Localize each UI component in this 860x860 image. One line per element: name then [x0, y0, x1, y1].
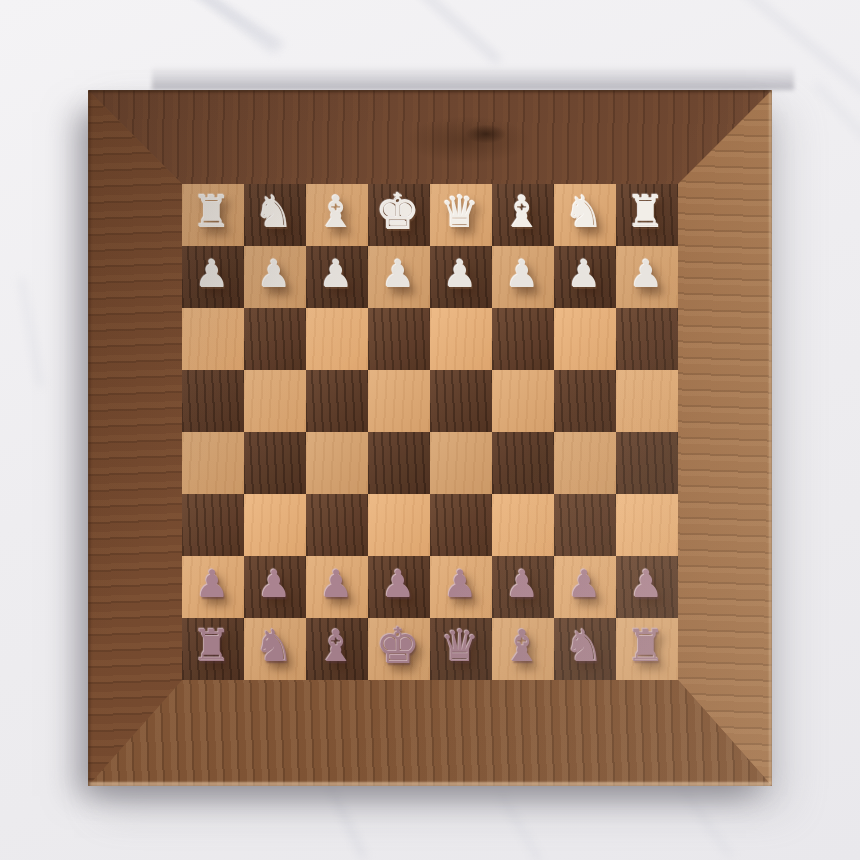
square-g4[interactable]	[244, 370, 306, 432]
square-f1[interactable]: ♝	[306, 184, 368, 246]
square-h4[interactable]	[182, 370, 244, 432]
piece-black-knight[interactable]: ♞	[254, 624, 293, 668]
piece-white-pawn[interactable]: ♟	[381, 255, 415, 293]
marble-vein	[385, 0, 500, 63]
piece-white-pawn[interactable]: ♟	[567, 255, 601, 293]
board-top-edge-shadow	[152, 66, 794, 90]
square-a1[interactable]: ♜	[616, 184, 678, 246]
square-a5[interactable]	[616, 432, 678, 494]
piece-black-king[interactable]: ♚	[376, 621, 421, 671]
piece-white-rook[interactable]: ♜	[626, 190, 665, 234]
square-d3[interactable]	[430, 308, 492, 370]
marble-vein	[163, 0, 276, 54]
square-h3[interactable]	[182, 308, 244, 370]
square-f8[interactable]: ♝	[306, 618, 368, 680]
piece-white-rook[interactable]: ♜	[192, 190, 231, 234]
marble-vein	[87, 0, 284, 49]
square-d6[interactable]	[430, 494, 492, 556]
piece-black-knight[interactable]: ♞	[564, 624, 603, 668]
square-d5[interactable]	[430, 432, 492, 494]
piece-black-pawn[interactable]: ♟	[195, 565, 229, 603]
square-c6[interactable]	[492, 494, 554, 556]
square-a8[interactable]: ♜	[616, 618, 678, 680]
square-a7[interactable]: ♟	[616, 556, 678, 618]
piece-black-pawn[interactable]: ♟	[567, 565, 601, 603]
piece-white-knight[interactable]: ♞	[254, 190, 293, 234]
piece-white-pawn[interactable]: ♟	[505, 255, 539, 293]
piece-black-pawn[interactable]: ♟	[319, 565, 353, 603]
piece-black-rook[interactable]: ♜	[192, 624, 231, 668]
square-c8[interactable]: ♝	[492, 618, 554, 680]
square-g2[interactable]: ♟	[244, 246, 306, 308]
square-f3[interactable]	[306, 308, 368, 370]
square-b1[interactable]: ♞	[554, 184, 616, 246]
square-b2[interactable]: ♟	[554, 246, 616, 308]
piece-white-bishop[interactable]: ♝	[502, 190, 541, 234]
chess-board: ♜♞♝♚♛♝♞♜♟♟♟♟♟♟♟♟♟♟♟♟♟♟♟♟♜♞♝♚♛♝♞♜	[88, 90, 772, 786]
square-c2[interactable]: ♟	[492, 246, 554, 308]
square-g6[interactable]	[244, 494, 306, 556]
piece-white-bishop[interactable]: ♝	[316, 190, 355, 234]
square-f5[interactable]	[306, 432, 368, 494]
piece-black-bishop[interactable]: ♝	[502, 624, 541, 668]
square-d8[interactable]: ♛	[430, 618, 492, 680]
square-b7[interactable]: ♟	[554, 556, 616, 618]
square-h6[interactable]	[182, 494, 244, 556]
square-b4[interactable]	[554, 370, 616, 432]
piece-black-pawn[interactable]: ♟	[443, 565, 477, 603]
square-c5[interactable]	[492, 432, 554, 494]
marble-vein	[498, 791, 541, 860]
square-f4[interactable]	[306, 370, 368, 432]
marble-vein	[324, 776, 367, 860]
piece-black-bishop[interactable]: ♝	[316, 624, 355, 668]
piece-white-pawn[interactable]: ♟	[257, 255, 291, 293]
piece-white-knight[interactable]: ♞	[564, 190, 603, 234]
square-a2[interactable]: ♟	[616, 246, 678, 308]
board-grid: ♜♞♝♚♛♝♞♜♟♟♟♟♟♟♟♟♟♟♟♟♟♟♟♟♜♞♝♚♛♝♞♜	[182, 184, 678, 680]
square-c7[interactable]: ♟	[492, 556, 554, 618]
square-f7[interactable]: ♟	[306, 556, 368, 618]
square-b8[interactable]: ♞	[554, 618, 616, 680]
square-c4[interactable]	[492, 370, 554, 432]
piece-white-pawn[interactable]: ♟	[195, 255, 229, 293]
piece-black-pawn[interactable]: ♟	[505, 565, 539, 603]
square-c3[interactable]	[492, 308, 554, 370]
piece-white-queen[interactable]: ♛	[440, 190, 479, 234]
square-g3[interactable]	[244, 308, 306, 370]
square-f2[interactable]: ♟	[306, 246, 368, 308]
piece-white-pawn[interactable]: ♟	[443, 255, 477, 293]
square-b3[interactable]	[554, 308, 616, 370]
square-a4[interactable]	[616, 370, 678, 432]
square-g5[interactable]	[244, 432, 306, 494]
piece-white-pawn[interactable]: ♟	[629, 255, 663, 293]
piece-black-pawn[interactable]: ♟	[257, 565, 291, 603]
square-b6[interactable]	[554, 494, 616, 556]
square-e4[interactable]	[368, 370, 430, 432]
marble-vein	[678, 782, 733, 858]
square-d2[interactable]: ♟	[430, 246, 492, 308]
square-h7[interactable]: ♟	[182, 556, 244, 618]
square-h1[interactable]: ♜	[182, 184, 244, 246]
square-e3[interactable]	[368, 308, 430, 370]
square-d4[interactable]	[430, 370, 492, 432]
square-a6[interactable]	[616, 494, 678, 556]
marble-vein	[19, 278, 43, 387]
piece-black-rook[interactable]: ♜	[626, 624, 665, 668]
square-g7[interactable]: ♟	[244, 556, 306, 618]
piece-white-king[interactable]: ♚	[376, 187, 421, 237]
square-e7[interactable]: ♟	[368, 556, 430, 618]
square-b5[interactable]	[554, 432, 616, 494]
square-h8[interactable]: ♜	[182, 618, 244, 680]
square-e2[interactable]: ♟	[368, 246, 430, 308]
piece-black-pawn[interactable]: ♟	[629, 565, 663, 603]
piece-white-pawn[interactable]: ♟	[319, 255, 353, 293]
square-d7[interactable]: ♟	[430, 556, 492, 618]
piece-black-pawn[interactable]: ♟	[381, 565, 415, 603]
square-c1[interactable]: ♝	[492, 184, 554, 246]
square-e5[interactable]	[368, 432, 430, 494]
square-h2[interactable]: ♟	[182, 246, 244, 308]
square-d1[interactable]: ♛	[430, 184, 492, 246]
square-h5[interactable]	[182, 432, 244, 494]
square-e8[interactable]: ♚	[368, 618, 430, 680]
square-f6[interactable]	[306, 494, 368, 556]
square-g1[interactable]: ♞	[244, 184, 306, 246]
square-g8[interactable]: ♞	[244, 618, 306, 680]
square-a3[interactable]	[616, 308, 678, 370]
square-e6[interactable]	[368, 494, 430, 556]
marble-vein	[814, 82, 860, 202]
piece-black-queen[interactable]: ♛	[440, 624, 479, 668]
square-e1[interactable]: ♚	[368, 184, 430, 246]
